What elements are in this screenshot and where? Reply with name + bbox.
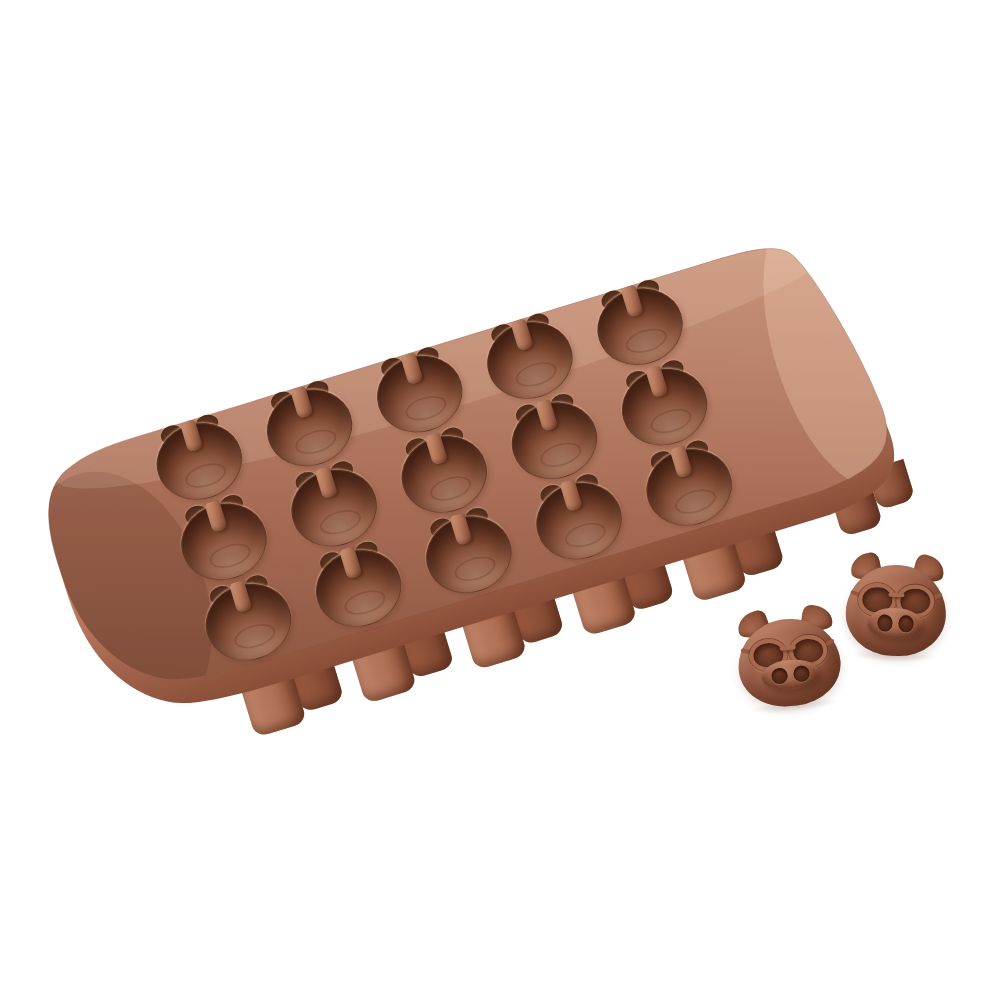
chocolate-pig — [733, 609, 844, 711]
glasses-bridge — [889, 592, 904, 597]
pig-nostril-right — [899, 615, 915, 632]
chocolate-pig — [844, 558, 947, 657]
product-photo — [0, 0, 1000, 1000]
pig-nostril-left — [877, 615, 893, 632]
pig-nostril-right — [793, 665, 810, 682]
pig-nostril-left — [771, 667, 788, 684]
chocolate-pigs-layer — [0, 0, 1000, 1000]
